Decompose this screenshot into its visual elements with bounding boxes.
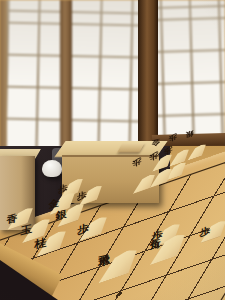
piece-kanji: 角行 <box>150 231 160 233</box>
piece-kanji: 歩 <box>58 176 67 178</box>
piece-kanji: 歩 <box>151 221 162 223</box>
piece-top-face <box>200 218 225 244</box>
piece-kanji: 香 <box>6 205 16 207</box>
piece-kanji: 歩 <box>131 172 140 174</box>
piece-top-face <box>151 152 174 172</box>
piece-top-face <box>78 183 105 206</box>
piece-top-face <box>79 213 112 241</box>
piece-kanji: 飛車 <box>98 246 109 249</box>
pieces-layer: 香玉桂金銀歩歩歩飛車角行歩歩歩歩歩金歩銀 <box>0 0 225 300</box>
piece-kanji: 金 <box>48 190 58 192</box>
piece-kanji: 歩 <box>168 147 176 149</box>
piece-top-face <box>97 245 142 284</box>
piece-kanji: 歩 <box>199 218 209 220</box>
piece-top-face <box>7 205 37 231</box>
piece-kanji: 金 <box>151 152 159 154</box>
shogi-room-scene: 香玉桂金銀歩歩歩飛車角行歩歩歩歩歩金歩銀 <box>0 0 225 300</box>
piece-top-face <box>187 143 209 162</box>
piece-kanji: 銀 <box>186 143 193 145</box>
